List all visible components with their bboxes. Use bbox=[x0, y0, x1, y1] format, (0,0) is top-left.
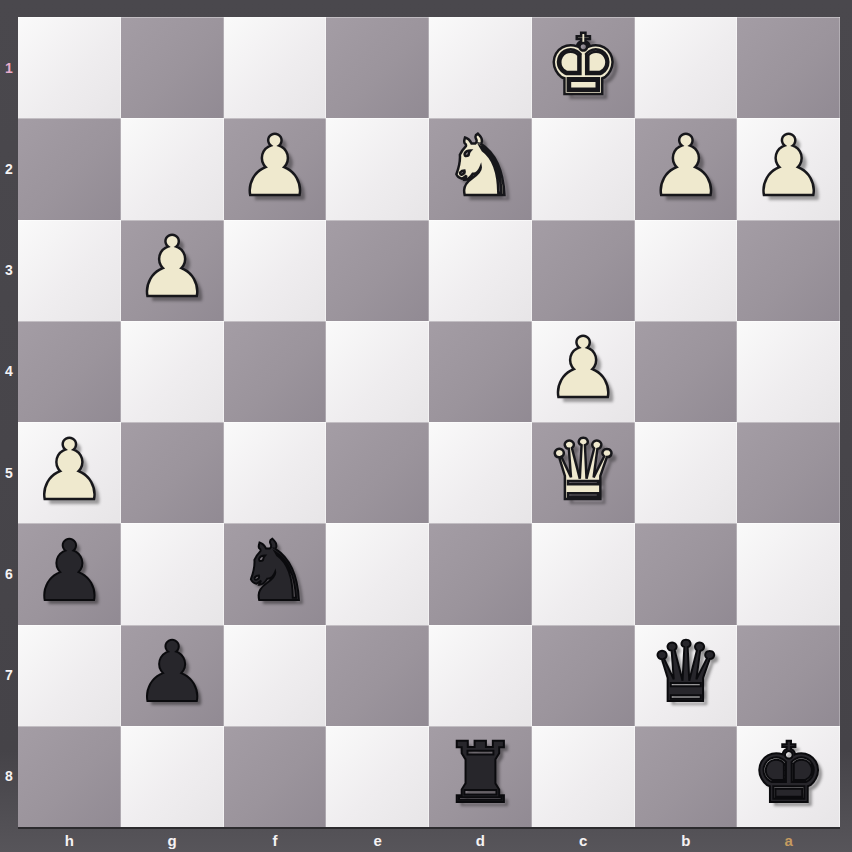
square-h6[interactable]: ♟ bbox=[18, 523, 121, 624]
rank-label-6: 6 bbox=[0, 523, 18, 624]
piece-white-pawn[interactable]: ♟ bbox=[648, 124, 723, 208]
square-a7[interactable] bbox=[737, 625, 840, 726]
square-d8[interactable]: ♜ bbox=[429, 726, 532, 827]
square-e2[interactable] bbox=[326, 118, 429, 219]
square-f1[interactable] bbox=[224, 17, 327, 118]
square-g6[interactable] bbox=[121, 523, 224, 624]
square-g8[interactable] bbox=[121, 726, 224, 827]
square-b7[interactable]: ♛ bbox=[635, 625, 738, 726]
square-g7[interactable]: ♟ bbox=[121, 625, 224, 726]
rank-label-3: 3 bbox=[0, 220, 18, 321]
square-d1[interactable] bbox=[429, 17, 532, 118]
square-e5[interactable] bbox=[326, 422, 429, 523]
square-f8[interactable] bbox=[224, 726, 327, 827]
square-c8[interactable] bbox=[532, 726, 635, 827]
square-g4[interactable] bbox=[121, 321, 224, 422]
square-a1[interactable] bbox=[737, 17, 840, 118]
square-d5[interactable] bbox=[429, 422, 532, 523]
square-d6[interactable] bbox=[429, 523, 532, 624]
piece-black-pawn[interactable]: ♟ bbox=[134, 630, 209, 714]
piece-white-pawn[interactable]: ♟ bbox=[32, 428, 107, 512]
square-d3[interactable] bbox=[429, 220, 532, 321]
square-d7[interactable] bbox=[429, 625, 532, 726]
square-b3[interactable] bbox=[635, 220, 738, 321]
square-f3[interactable] bbox=[224, 220, 327, 321]
file-label-a: a bbox=[737, 827, 840, 852]
square-h5[interactable]: ♟ bbox=[18, 422, 121, 523]
square-b1[interactable] bbox=[635, 17, 738, 118]
piece-black-rook[interactable]: ♜ bbox=[443, 731, 518, 815]
piece-black-queen[interactable]: ♛ bbox=[648, 630, 723, 714]
square-h3[interactable] bbox=[18, 220, 121, 321]
file-label-d: d bbox=[429, 827, 532, 852]
file-label-h: h bbox=[18, 827, 121, 852]
file-label-b: b bbox=[635, 827, 738, 852]
square-c1[interactable]: ♚ bbox=[532, 17, 635, 118]
square-c3[interactable] bbox=[532, 220, 635, 321]
square-d4[interactable] bbox=[429, 321, 532, 422]
square-b5[interactable] bbox=[635, 422, 738, 523]
rank-label-1: 1 bbox=[0, 17, 18, 118]
square-e4[interactable] bbox=[326, 321, 429, 422]
square-c6[interactable] bbox=[532, 523, 635, 624]
piece-white-pawn[interactable]: ♟ bbox=[545, 326, 620, 410]
square-e3[interactable] bbox=[326, 220, 429, 321]
piece-black-knight[interactable]: ♞ bbox=[237, 529, 312, 613]
chess-board: ♚♟♞♟♟♟♟♟♛♟♞♟♛♜♚ bbox=[18, 17, 840, 829]
rank-label-8: 8 bbox=[0, 726, 18, 827]
square-c7[interactable] bbox=[532, 625, 635, 726]
square-a5[interactable] bbox=[737, 422, 840, 523]
piece-white-queen[interactable]: ♛ bbox=[545, 428, 620, 512]
square-e6[interactable] bbox=[326, 523, 429, 624]
square-g1[interactable] bbox=[121, 17, 224, 118]
square-h7[interactable] bbox=[18, 625, 121, 726]
file-label-f: f bbox=[224, 827, 327, 852]
piece-white-knight[interactable]: ♞ bbox=[443, 124, 518, 208]
square-f6[interactable]: ♞ bbox=[224, 523, 327, 624]
square-c5[interactable]: ♛ bbox=[532, 422, 635, 523]
rank-label-4: 4 bbox=[0, 321, 18, 422]
piece-white-pawn[interactable]: ♟ bbox=[751, 124, 826, 208]
square-b6[interactable] bbox=[635, 523, 738, 624]
square-a8[interactable]: ♚ bbox=[737, 726, 840, 827]
square-g5[interactable] bbox=[121, 422, 224, 523]
square-a4[interactable] bbox=[737, 321, 840, 422]
square-f7[interactable] bbox=[224, 625, 327, 726]
square-a3[interactable] bbox=[737, 220, 840, 321]
square-f2[interactable]: ♟ bbox=[224, 118, 327, 219]
square-a6[interactable] bbox=[737, 523, 840, 624]
square-h1[interactable] bbox=[18, 17, 121, 118]
square-g2[interactable] bbox=[121, 118, 224, 219]
square-e8[interactable] bbox=[326, 726, 429, 827]
square-f4[interactable] bbox=[224, 321, 327, 422]
file-labels: hgfedcba bbox=[18, 827, 840, 852]
square-h8[interactable] bbox=[18, 726, 121, 827]
piece-black-pawn[interactable]: ♟ bbox=[32, 529, 107, 613]
rank-label-7: 7 bbox=[0, 625, 18, 726]
square-b4[interactable] bbox=[635, 321, 738, 422]
square-a2[interactable]: ♟ bbox=[737, 118, 840, 219]
square-b8[interactable] bbox=[635, 726, 738, 827]
square-d2[interactable]: ♞ bbox=[429, 118, 532, 219]
piece-white-pawn[interactable]: ♟ bbox=[237, 124, 312, 208]
rank-label-5: 5 bbox=[0, 422, 18, 523]
rank-labels: 12345678 bbox=[0, 17, 18, 827]
square-h2[interactable] bbox=[18, 118, 121, 219]
square-e1[interactable] bbox=[326, 17, 429, 118]
square-c2[interactable] bbox=[532, 118, 635, 219]
square-b2[interactable]: ♟ bbox=[635, 118, 738, 219]
rank-label-2: 2 bbox=[0, 118, 18, 219]
piece-black-king[interactable]: ♚ bbox=[751, 731, 826, 815]
square-e7[interactable] bbox=[326, 625, 429, 726]
piece-white-pawn[interactable]: ♟ bbox=[134, 225, 209, 309]
square-h4[interactable] bbox=[18, 321, 121, 422]
file-label-g: g bbox=[121, 827, 224, 852]
file-label-e: e bbox=[326, 827, 429, 852]
piece-white-king[interactable]: ♚ bbox=[545, 23, 620, 107]
square-g3[interactable]: ♟ bbox=[121, 220, 224, 321]
file-label-c: c bbox=[532, 827, 635, 852]
square-f5[interactable] bbox=[224, 422, 327, 523]
square-c4[interactable]: ♟ bbox=[532, 321, 635, 422]
